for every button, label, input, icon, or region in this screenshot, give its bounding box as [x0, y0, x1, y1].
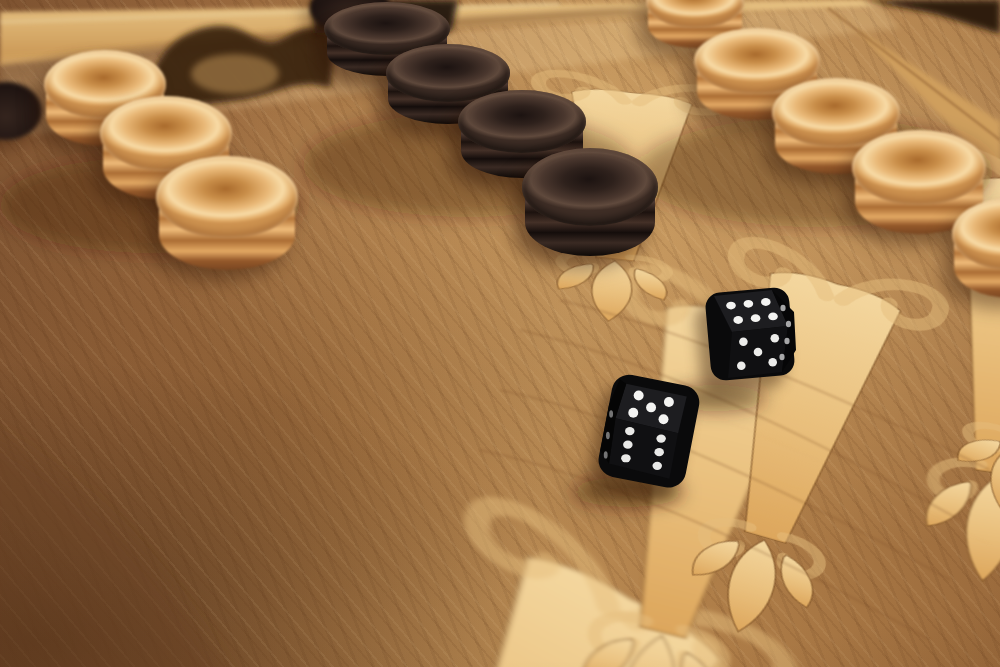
carved-arch-inner-light — [191, 54, 279, 94]
checker-dark[interactable] — [522, 148, 658, 256]
die-right-showing-6[interactable] — [698, 280, 798, 392]
die-left-showing-5[interactable] — [596, 368, 704, 490]
backgammon-board-photo — [0, 0, 1000, 667]
foreground-blur-band — [0, 430, 235, 667]
checker-light[interactable] — [156, 156, 298, 270]
checker-light[interactable] — [952, 198, 1000, 298]
